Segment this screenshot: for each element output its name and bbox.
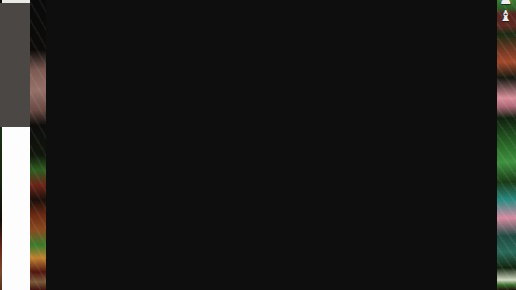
- chess-board[interactable]: [46, 0, 498, 290]
- left-gray-panel: [0, 3, 30, 127]
- background-art-right-strip: [497, 0, 516, 290]
- background-art-left-strip: [29, 0, 46, 290]
- top-left-ui-fragment: [2, 0, 30, 3]
- screenshot-stage: ♟ ♝: [0, 0, 516, 290]
- captured-pieces-tray: ♟ ♝: [499, 0, 515, 24]
- left-white-panel: [2, 127, 30, 290]
- captured-white-bishop-icon: ♝: [499, 8, 512, 25]
